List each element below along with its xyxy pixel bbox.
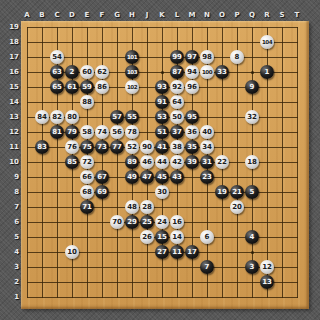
row-label: 18 bbox=[4, 38, 19, 47]
column-label: A bbox=[21, 11, 33, 20]
stone-L12[interactable]: 37 bbox=[170, 125, 184, 139]
stone-C15[interactable]: 65 bbox=[50, 80, 64, 94]
column-label: G bbox=[111, 11, 123, 20]
stone-H9[interactable]: 49 bbox=[125, 170, 139, 184]
stone-L9[interactable]: 43 bbox=[170, 170, 184, 184]
stone-D16[interactable]: 2 bbox=[65, 65, 79, 79]
row-label: 9 bbox=[4, 173, 19, 182]
stone-E15[interactable]: 59 bbox=[80, 80, 94, 94]
column-label: F bbox=[96, 11, 108, 20]
column-label: L bbox=[171, 11, 183, 20]
column-label: H bbox=[126, 11, 138, 20]
stone-F9[interactable]: 67 bbox=[95, 170, 109, 184]
stone-M11[interactable]: 35 bbox=[185, 140, 199, 154]
stone-H16[interactable]: 103 bbox=[125, 65, 139, 79]
stone-R18[interactable]: 104 bbox=[260, 35, 274, 49]
row-label: 8 bbox=[4, 188, 19, 197]
stone-Q8[interactable]: 5 bbox=[245, 185, 259, 199]
stone-E9[interactable]: 66 bbox=[80, 170, 94, 184]
stone-H6[interactable]: 29 bbox=[125, 215, 139, 229]
stone-L17[interactable]: 99 bbox=[170, 50, 184, 64]
stone-L10[interactable]: 42 bbox=[170, 155, 184, 169]
column-label: S bbox=[276, 11, 288, 20]
column-label: K bbox=[156, 11, 168, 20]
stone-E10[interactable]: 72 bbox=[80, 155, 94, 169]
column-label: P bbox=[231, 11, 243, 20]
stone-C12[interactable]: 81 bbox=[50, 125, 64, 139]
row-label: 14 bbox=[4, 98, 19, 107]
stone-Q10[interactable]: 18 bbox=[245, 155, 259, 169]
go-board-diagram: ABCDEFGHJKLMNOPQRST191817161514131211109… bbox=[0, 0, 320, 320]
stone-B11[interactable]: 83 bbox=[35, 140, 49, 154]
stone-P8[interactable]: 21 bbox=[230, 185, 244, 199]
grid-line-horizontal bbox=[27, 207, 298, 208]
stone-J5[interactable]: 26 bbox=[140, 230, 154, 244]
row-label: 2 bbox=[4, 278, 19, 287]
column-label: O bbox=[216, 11, 228, 20]
stone-N17[interactable]: 98 bbox=[200, 50, 214, 64]
grid-line-horizontal bbox=[27, 282, 298, 283]
stone-D13[interactable]: 80 bbox=[65, 110, 79, 124]
stone-D15[interactable]: 61 bbox=[65, 80, 79, 94]
stone-J6[interactable]: 25 bbox=[140, 215, 154, 229]
stone-J11[interactable]: 90 bbox=[140, 140, 154, 154]
stone-H10[interactable]: 89 bbox=[125, 155, 139, 169]
stone-L5[interactable]: 14 bbox=[170, 230, 184, 244]
row-label: 16 bbox=[4, 68, 19, 77]
column-label: Q bbox=[246, 11, 258, 20]
stone-G6[interactable]: 70 bbox=[110, 215, 124, 229]
stone-E11[interactable]: 75 bbox=[80, 140, 94, 154]
row-label: 4 bbox=[4, 248, 19, 257]
stone-Q5[interactable]: 4 bbox=[245, 230, 259, 244]
stone-H12[interactable]: 78 bbox=[125, 125, 139, 139]
column-label: N bbox=[201, 11, 213, 20]
stone-R2[interactable]: 13 bbox=[260, 275, 274, 289]
stone-N11[interactable]: 34 bbox=[200, 140, 214, 154]
stone-E8[interactable]: 68 bbox=[80, 185, 94, 199]
row-label: 11 bbox=[4, 143, 19, 152]
star-point bbox=[161, 71, 164, 74]
stone-L13[interactable]: 50 bbox=[170, 110, 184, 124]
stone-Q15[interactable]: 9 bbox=[245, 80, 259, 94]
stone-G12[interactable]: 56 bbox=[110, 125, 124, 139]
grid-line-vertical bbox=[282, 27, 283, 298]
stone-M13[interactable]: 95 bbox=[185, 110, 199, 124]
stone-F16[interactable]: 62 bbox=[95, 65, 109, 79]
stone-R16[interactable]: 1 bbox=[260, 65, 274, 79]
grid-line-vertical bbox=[237, 27, 238, 298]
stone-M10[interactable]: 39 bbox=[185, 155, 199, 169]
star-point bbox=[251, 251, 254, 254]
row-label: 12 bbox=[4, 128, 19, 137]
stone-N5[interactable]: 6 bbox=[200, 230, 214, 244]
column-label: T bbox=[291, 11, 303, 20]
stone-L16[interactable]: 87 bbox=[170, 65, 184, 79]
stone-G11[interactable]: 77 bbox=[110, 140, 124, 154]
stone-D12[interactable]: 79 bbox=[65, 125, 79, 139]
stone-C17[interactable]: 54 bbox=[50, 50, 64, 64]
stone-L6[interactable]: 16 bbox=[170, 215, 184, 229]
row-label: 15 bbox=[4, 83, 19, 92]
stone-K10[interactable]: 44 bbox=[155, 155, 169, 169]
stone-M4[interactable]: 17 bbox=[185, 245, 199, 259]
stone-Q13[interactable]: 32 bbox=[245, 110, 259, 124]
row-label: 5 bbox=[4, 233, 19, 242]
stone-N3[interactable]: 7 bbox=[200, 260, 214, 274]
stone-Q3[interactable]: 3 bbox=[245, 260, 259, 274]
stone-H11[interactable]: 52 bbox=[125, 140, 139, 154]
stone-K12[interactable]: 51 bbox=[155, 125, 169, 139]
stone-H7[interactable]: 48 bbox=[125, 200, 139, 214]
row-label: 10 bbox=[4, 158, 19, 167]
stone-M12[interactable]: 36 bbox=[185, 125, 199, 139]
stone-C13[interactable]: 82 bbox=[50, 110, 64, 124]
stone-O16[interactable]: 33 bbox=[215, 65, 229, 79]
stone-F11[interactable]: 73 bbox=[95, 140, 109, 154]
stone-E14[interactable]: 88 bbox=[80, 95, 94, 109]
column-label: M bbox=[186, 11, 198, 20]
stone-D10[interactable]: 85 bbox=[65, 155, 79, 169]
stone-L15[interactable]: 92 bbox=[170, 80, 184, 94]
stone-H17[interactable]: 101 bbox=[125, 50, 139, 64]
column-label: R bbox=[261, 11, 273, 20]
column-label: B bbox=[36, 11, 48, 20]
stone-E16[interactable]: 60 bbox=[80, 65, 94, 79]
row-label: 13 bbox=[4, 113, 19, 122]
star-point bbox=[251, 71, 254, 74]
stone-E12[interactable]: 58 bbox=[80, 125, 94, 139]
stone-H15[interactable]: 102 bbox=[125, 80, 139, 94]
stone-O8[interactable]: 19 bbox=[215, 185, 229, 199]
stone-B13[interactable]: 84 bbox=[35, 110, 49, 124]
stone-F12[interactable]: 74 bbox=[95, 125, 109, 139]
stone-G13[interactable]: 57 bbox=[110, 110, 124, 124]
stone-M16[interactable]: 94 bbox=[185, 65, 199, 79]
stone-L4[interactable]: 11 bbox=[170, 245, 184, 259]
stone-K11[interactable]: 41 bbox=[155, 140, 169, 154]
stone-P7[interactable]: 20 bbox=[230, 200, 244, 214]
column-label: D bbox=[66, 11, 78, 20]
row-label: 7 bbox=[4, 203, 19, 212]
grid-line-vertical bbox=[297, 27, 298, 298]
stone-K8[interactable]: 30 bbox=[155, 185, 169, 199]
stone-H13[interactable]: 55 bbox=[125, 110, 139, 124]
stone-J9[interactable]: 47 bbox=[140, 170, 154, 184]
stone-K5[interactable]: 15 bbox=[155, 230, 169, 244]
column-label: C bbox=[51, 11, 63, 20]
stone-R3[interactable]: 12 bbox=[260, 260, 274, 274]
stone-E7[interactable]: 71 bbox=[80, 200, 94, 214]
stone-D4[interactable]: 10 bbox=[65, 245, 79, 259]
stone-D11[interactable]: 76 bbox=[65, 140, 79, 154]
stone-N16[interactable]: 100 bbox=[200, 65, 214, 79]
stone-O10[interactable]: 22 bbox=[215, 155, 229, 169]
stone-F8[interactable]: 69 bbox=[95, 185, 109, 199]
stone-K15[interactable]: 93 bbox=[155, 80, 169, 94]
stone-M15[interactable]: 96 bbox=[185, 80, 199, 94]
stone-N10[interactable]: 31 bbox=[200, 155, 214, 169]
stone-L11[interactable]: 38 bbox=[170, 140, 184, 154]
stone-K14[interactable]: 91 bbox=[155, 95, 169, 109]
stone-K6[interactable]: 24 bbox=[155, 215, 169, 229]
stone-K9[interactable]: 45 bbox=[155, 170, 169, 184]
stone-N12[interactable]: 40 bbox=[200, 125, 214, 139]
stone-M17[interactable]: 97 bbox=[185, 50, 199, 64]
row-label: 17 bbox=[4, 53, 19, 62]
stone-N9[interactable]: 23 bbox=[200, 170, 214, 184]
stone-K4[interactable]: 27 bbox=[155, 245, 169, 259]
stone-F15[interactable]: 86 bbox=[95, 80, 109, 94]
grid-line-horizontal bbox=[27, 297, 298, 298]
stone-L14[interactable]: 64 bbox=[170, 95, 184, 109]
stone-C16[interactable]: 63 bbox=[50, 65, 64, 79]
row-label: 1 bbox=[4, 293, 19, 302]
column-label: E bbox=[81, 11, 93, 20]
row-label: 6 bbox=[4, 218, 19, 227]
column-label: J bbox=[141, 11, 153, 20]
row-label: 19 bbox=[4, 23, 19, 32]
stone-J10[interactable]: 46 bbox=[140, 155, 154, 169]
stone-P17[interactable]: 8 bbox=[230, 50, 244, 64]
row-label: 3 bbox=[4, 263, 19, 272]
stone-J7[interactable]: 28 bbox=[140, 200, 154, 214]
stone-K13[interactable]: 53 bbox=[155, 110, 169, 124]
